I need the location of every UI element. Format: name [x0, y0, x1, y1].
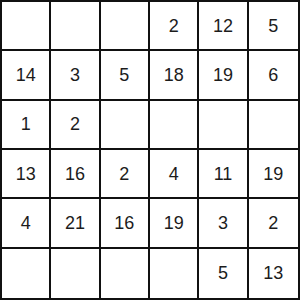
cell-value: 4: [169, 165, 179, 183]
grid-cell-r1c2[interactable]: [51, 2, 100, 51]
puzzle-board: 2125143518196121316241119421161932513: [0, 0, 300, 300]
grid-cell-r6c2[interactable]: [51, 249, 100, 298]
cell-value: 13: [263, 264, 283, 282]
grid-cell-r5c2[interactable]: 21: [51, 199, 100, 248]
grid-cell-r2c5[interactable]: 19: [199, 51, 248, 100]
cell-value: 5: [119, 66, 129, 84]
grid-cell-r6c6[interactable]: 13: [249, 249, 298, 298]
grid-cell-r6c1[interactable]: [2, 249, 51, 298]
cell-value: 19: [164, 214, 184, 232]
cell-value: 3: [70, 66, 80, 84]
cell-value: 19: [213, 66, 233, 84]
grid-cell-r2c2[interactable]: 3: [51, 51, 100, 100]
grid-cell-r1c1[interactable]: [2, 2, 51, 51]
cell-value: 14: [16, 66, 36, 84]
cell-value: 2: [70, 115, 80, 133]
grid-cell-r2c3[interactable]: 5: [101, 51, 150, 100]
cell-value: 16: [65, 165, 85, 183]
grid-cell-r4c1[interactable]: 13: [2, 150, 51, 199]
grid-cell-r4c3[interactable]: 2: [101, 150, 150, 199]
grid-cell-r1c5[interactable]: 12: [199, 2, 248, 51]
cell-value: 4: [21, 214, 31, 232]
grid-cell-r3c2[interactable]: 2: [51, 101, 100, 150]
grid-cell-r4c4[interactable]: 4: [150, 150, 199, 199]
grid-cell-r2c4[interactable]: 18: [150, 51, 199, 100]
grid-cell-r1c3[interactable]: [101, 2, 150, 51]
cell-value: 19: [263, 165, 283, 183]
grid-cell-r5c4[interactable]: 19: [150, 199, 199, 248]
cell-value: 13: [16, 165, 36, 183]
grid-cell-r4c5[interactable]: 11: [199, 150, 248, 199]
cell-value: 16: [114, 214, 134, 232]
cell-value: 18: [164, 66, 184, 84]
cell-value: 2: [169, 17, 179, 35]
grid-cell-r5c1[interactable]: 4: [2, 199, 51, 248]
cell-value: 11: [214, 165, 233, 183]
grid-cell-r3c5[interactable]: [199, 101, 248, 150]
cell-value: 21: [65, 214, 85, 232]
cell-value: 12: [213, 17, 233, 35]
grid-cell-r2c1[interactable]: 14: [2, 51, 51, 100]
cell-value: 1: [21, 115, 31, 133]
cell-value: 5: [268, 17, 278, 35]
grid-cell-r5c5[interactable]: 3: [199, 199, 248, 248]
grid-cell-r5c3[interactable]: 16: [101, 199, 150, 248]
grid-cell-r3c4[interactable]: [150, 101, 199, 150]
grid-cell-r1c4[interactable]: 2: [150, 2, 199, 51]
grid-cell-r1c6[interactable]: 5: [249, 2, 298, 51]
grid-cell-r2c6[interactable]: 6: [249, 51, 298, 100]
grid-cell-r5c6[interactable]: 2: [249, 199, 298, 248]
grid-cell-r3c3[interactable]: [101, 101, 150, 150]
grid-cell-r3c1[interactable]: 1: [2, 101, 51, 150]
grid-cell-r3c6[interactable]: [249, 101, 298, 150]
cell-value: 3: [218, 214, 228, 232]
grid-cell-r6c5[interactable]: 5: [199, 249, 248, 298]
grid-cell-r6c4[interactable]: [150, 249, 199, 298]
cell-value: 2: [119, 165, 129, 183]
cell-value: 5: [218, 264, 228, 282]
cell-value: 6: [268, 66, 278, 84]
grid-cell-r4c2[interactable]: 16: [51, 150, 100, 199]
grid-cell-r6c3[interactable]: [101, 249, 150, 298]
grid-cell-r4c6[interactable]: 19: [249, 150, 298, 199]
cell-value: 2: [268, 214, 278, 232]
